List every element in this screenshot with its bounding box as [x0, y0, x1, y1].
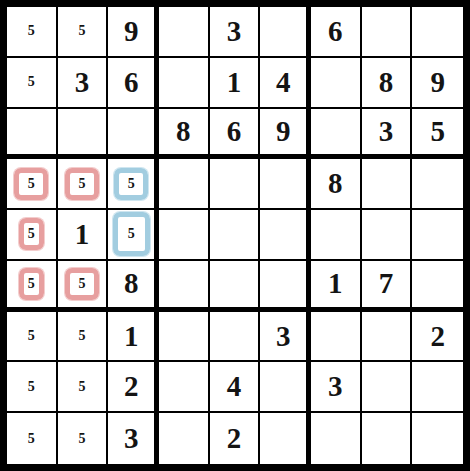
cell-r9c3[interactable]: 3 — [108, 413, 159, 464]
cell-value: 9 — [124, 17, 139, 46]
cell-r4c3[interactable]: 5 — [108, 159, 159, 210]
cell-value: 5 — [28, 432, 35, 446]
cell-value: 5 — [78, 329, 85, 343]
cell-value: 5 — [28, 329, 35, 343]
cell-value-red-boxed: 5 — [19, 268, 44, 300]
cell-r9c1[interactable]: 5 — [7, 413, 58, 464]
cell-r6c9[interactable] — [412, 261, 463, 312]
cell-r1c6[interactable] — [260, 7, 311, 58]
cell-value: 3 — [227, 17, 242, 46]
cell-value: 3 — [276, 322, 291, 351]
cell-r3c1[interactable] — [7, 109, 58, 160]
cell-r6c3[interactable]: 8 — [108, 261, 159, 312]
cell-value-red-boxed: 5 — [14, 168, 48, 200]
cell-r4c1[interactable]: 5 — [7, 159, 58, 210]
cell-r7c8[interactable] — [362, 312, 413, 363]
cell-value: 2 — [430, 322, 445, 351]
cell-value: 2 — [227, 424, 242, 453]
cell-r2c1[interactable]: 5 — [7, 58, 58, 109]
cell-r7c7[interactable] — [311, 312, 362, 363]
cell-value: 6 — [227, 117, 242, 146]
cell-r2c2[interactable]: 3 — [58, 58, 109, 109]
cell-r7c4[interactable] — [159, 312, 210, 363]
cell-r6c4[interactable] — [159, 261, 210, 312]
cell-value-red-boxed: 5 — [65, 168, 99, 200]
cell-r3c7[interactable] — [311, 109, 362, 160]
cell-r8c3[interactable]: 2 — [108, 362, 159, 413]
cell-value: 1 — [227, 68, 242, 97]
cell-r5c4[interactable] — [159, 210, 210, 261]
cell-r8c6[interactable] — [260, 362, 311, 413]
cell-r9c7[interactable] — [311, 413, 362, 464]
cell-r6c1[interactable]: 5 — [7, 261, 58, 312]
cell-value: 8 — [176, 117, 191, 146]
cell-r2c6[interactable]: 4 — [260, 58, 311, 109]
cell-value-blue-boxed: 5 — [114, 168, 148, 200]
cell-r8c1[interactable]: 5 — [7, 362, 58, 413]
cell-r2c9[interactable]: 9 — [412, 58, 463, 109]
cell-value: 5 — [78, 432, 85, 446]
cell-value: 8 — [124, 269, 139, 298]
cell-r5c3[interactable]: 5 — [108, 210, 159, 261]
cell-value: 1 — [75, 220, 90, 249]
cell-r3c3[interactable] — [108, 109, 159, 160]
cell-r8c5[interactable]: 4 — [210, 362, 261, 413]
cell-r6c8[interactable]: 7 — [362, 261, 413, 312]
cell-value: 3 — [75, 68, 90, 97]
cell-r8c2[interactable]: 5 — [58, 362, 109, 413]
cell-value: 5 — [28, 380, 35, 394]
cell-r7c2[interactable]: 5 — [58, 312, 109, 363]
cell-value: 5 — [78, 380, 85, 394]
cell-value: 2 — [124, 372, 139, 401]
cell-r1c9[interactable] — [412, 7, 463, 58]
cell-value: 9 — [430, 68, 445, 97]
cell-r4c9[interactable] — [412, 159, 463, 210]
cell-value-blue-boxed: 5 — [113, 212, 150, 256]
cell-r2c3[interactable]: 6 — [108, 58, 159, 109]
cell-r8c8[interactable] — [362, 362, 413, 413]
cell-value-red-boxed: 5 — [65, 268, 99, 300]
cell-value: 8 — [328, 169, 343, 198]
cell-r5c1[interactable]: 5 — [7, 210, 58, 261]
cell-r9c8[interactable] — [362, 413, 413, 464]
cell-value: 7 — [379, 269, 394, 298]
cell-r3c5[interactable]: 6 — [210, 109, 261, 160]
cell-r1c8[interactable] — [362, 7, 413, 58]
cell-r3c6[interactable]: 9 — [260, 109, 311, 160]
cell-value: 5 — [78, 24, 85, 38]
cell-value: 5 — [28, 24, 35, 38]
cell-r7c6[interactable]: 3 — [260, 312, 311, 363]
cell-value: 6 — [124, 68, 139, 97]
cell-r5c5[interactable] — [210, 210, 261, 261]
cell-r1c4[interactable] — [159, 7, 210, 58]
cell-r6c5[interactable] — [210, 261, 261, 312]
cell-r4c6[interactable] — [260, 159, 311, 210]
cell-r9c6[interactable] — [260, 413, 311, 464]
cell-r1c3[interactable]: 9 — [108, 7, 159, 58]
cell-r3c9[interactable]: 5 — [412, 109, 463, 160]
cell-r9c9[interactable] — [412, 413, 463, 464]
cell-value: 1 — [328, 269, 343, 298]
cell-r4c8[interactable] — [362, 159, 413, 210]
cell-r5c7[interactable] — [311, 210, 362, 261]
cell-value: 4 — [227, 372, 242, 401]
cell-value: 1 — [124, 322, 139, 351]
cell-r8c9[interactable] — [412, 362, 463, 413]
cell-r1c2[interactable]: 5 — [58, 7, 109, 58]
cell-r2c5[interactable]: 1 — [210, 58, 261, 109]
cell-value: 3 — [328, 372, 343, 401]
cell-r4c2[interactable]: 5 — [58, 159, 109, 210]
cell-r1c7[interactable]: 6 — [311, 7, 362, 58]
cell-r3c8[interactable]: 3 — [362, 109, 413, 160]
cell-r2c7[interactable] — [311, 58, 362, 109]
cell-value: 3 — [379, 117, 394, 146]
cell-r1c1[interactable]: 5 — [7, 7, 58, 58]
cell-value: 4 — [276, 68, 291, 97]
cell-r4c7[interactable]: 8 — [311, 159, 362, 210]
cell-r2c8[interactable]: 8 — [362, 58, 413, 109]
cell-r6c6[interactable] — [260, 261, 311, 312]
cell-r5c8[interactable] — [362, 210, 413, 261]
cell-r7c1[interactable]: 5 — [7, 312, 58, 363]
cell-value: 8 — [379, 68, 394, 97]
cell-r7c9[interactable]: 2 — [412, 312, 463, 363]
cell-r3c4[interactable]: 8 — [159, 109, 210, 160]
cell-value: 5 — [430, 117, 445, 146]
cell-r8c4[interactable] — [159, 362, 210, 413]
cell-value: 3 — [124, 424, 139, 453]
cell-r3c2[interactable] — [58, 109, 109, 160]
cell-r7c3[interactable]: 1 — [108, 312, 159, 363]
cell-r9c4[interactable] — [159, 413, 210, 464]
cell-r5c6[interactable] — [260, 210, 311, 261]
cell-value-red-boxed: 5 — [19, 218, 44, 250]
cell-r9c2[interactable]: 5 — [58, 413, 109, 464]
cell-r1c5[interactable]: 3 — [210, 7, 261, 58]
cell-r9c5[interactable]: 2 — [210, 413, 261, 464]
cell-r6c7[interactable]: 1 — [311, 261, 362, 312]
cell-r4c5[interactable] — [210, 159, 261, 210]
sudoku-board: 5 5 9 3 6 5 3 6 1 4 8 9 8 6 9 3 5 5 5 5 … — [0, 0, 470, 471]
cell-r7c5[interactable] — [210, 312, 261, 363]
cell-value: 6 — [328, 17, 343, 46]
cell-value: 9 — [276, 117, 291, 146]
cell-r2c4[interactable] — [159, 58, 210, 109]
cell-r8c7[interactable]: 3 — [311, 362, 362, 413]
cell-r5c2[interactable]: 1 — [58, 210, 109, 261]
cell-r5c9[interactable] — [412, 210, 463, 261]
cell-r4c4[interactable] — [159, 159, 210, 210]
cell-value: 5 — [28, 75, 35, 89]
cell-r6c2[interactable]: 5 — [58, 261, 109, 312]
